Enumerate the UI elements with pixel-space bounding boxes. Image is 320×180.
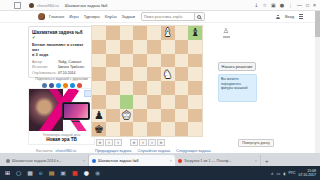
square-f4[interactable] bbox=[161, 81, 175, 95]
side-to-move-indicator: ♙ bbox=[221, 28, 231, 38]
square-e2[interactable] bbox=[147, 109, 161, 123]
square-h5[interactable] bbox=[188, 67, 202, 81]
puzzle-title: Шахматная задача №6 bbox=[32, 30, 91, 35]
tab-favicon bbox=[6, 159, 10, 163]
square-h4[interactable] bbox=[188, 81, 202, 95]
square-c4[interactable] bbox=[120, 81, 134, 95]
square-b8[interactable] bbox=[106, 26, 120, 40]
start-button[interactable]: ⊞ bbox=[5, 170, 10, 176]
settings-icon[interactable]: ◉ bbox=[95, 170, 100, 176]
move-nav-button[interactable]: ‹ bbox=[139, 139, 147, 146]
tab-close-icon[interactable]: × bbox=[83, 158, 85, 163]
square-d3[interactable] bbox=[133, 95, 147, 109]
square-c7[interactable] bbox=[120, 40, 134, 54]
ad-caption: Телевизоры каждый день Новая эра ТВ bbox=[29, 131, 94, 144]
square-a1[interactable]: ♚ bbox=[92, 122, 106, 136]
square-h7[interactable] bbox=[188, 40, 202, 54]
browser-tab[interactable]: Загрузки 1 из 1 — Платф…× bbox=[175, 155, 261, 166]
square-g7[interactable] bbox=[175, 40, 189, 54]
square-a6[interactable] bbox=[92, 54, 106, 68]
meta-label: Опубликована: bbox=[32, 71, 58, 75]
edge-browser-icon[interactable]: e bbox=[39, 170, 43, 176]
square-g3[interactable] bbox=[175, 95, 189, 109]
meta-value: Лойд, Сэмюэл bbox=[58, 60, 91, 64]
square-f6[interactable] bbox=[161, 54, 175, 68]
square-c2[interactable]: ♚ bbox=[120, 109, 134, 123]
square-h6[interactable] bbox=[188, 54, 202, 68]
page-scrollbar[interactable] bbox=[315, 11, 320, 153]
solved-check-icon: ✔ bbox=[32, 35, 91, 40]
site-favicon bbox=[29, 3, 34, 8]
square-b7[interactable] bbox=[106, 40, 120, 54]
login-link[interactable]: Вход bbox=[285, 14, 294, 19]
nav-item[interactable]: Задачи bbox=[122, 14, 135, 19]
black-pawn[interactable]: ♟ bbox=[92, 109, 106, 123]
square-a4[interactable] bbox=[92, 81, 106, 95]
network-icon[interactable]: ▭ bbox=[277, 171, 281, 176]
square-e6[interactable] bbox=[147, 54, 161, 68]
share-vk-icon[interactable] bbox=[42, 83, 47, 88]
indicator-bar bbox=[223, 37, 230, 38]
nav-item[interactable]: Игры bbox=[69, 14, 78, 19]
share-moy-mir-icon[interactable] bbox=[70, 83, 75, 88]
meta-label: Автор: bbox=[32, 60, 58, 64]
share-twitter-icon[interactable] bbox=[56, 83, 61, 88]
square-g6[interactable] bbox=[175, 54, 189, 68]
search-icon bbox=[197, 15, 202, 20]
meta-value: Чикаго Трибьюн bbox=[58, 65, 91, 69]
square-a7[interactable] bbox=[92, 40, 106, 54]
browser-tab[interactable]: Шахматная задача №6× bbox=[89, 155, 175, 166]
move-nav-button[interactable]: « bbox=[130, 139, 138, 146]
tab-favicon bbox=[178, 159, 182, 163]
share-icons bbox=[28, 83, 95, 88]
square-e3[interactable] bbox=[147, 95, 161, 109]
tray-expand-icon[interactable]: ∧ bbox=[271, 171, 274, 176]
tray-date: 07.10.2017 bbox=[298, 173, 316, 177]
square-h1[interactable] bbox=[188, 122, 202, 136]
square-b6[interactable] bbox=[106, 54, 120, 68]
square-d4[interactable] bbox=[133, 81, 147, 95]
square-b4[interactable] bbox=[106, 81, 120, 95]
nav-item[interactable]: Турниры bbox=[84, 14, 100, 19]
start-solving-button[interactable]: Начать решение bbox=[218, 62, 256, 71]
square-f1[interactable] bbox=[161, 122, 175, 136]
square-e7[interactable] bbox=[147, 40, 161, 54]
tab-favicon bbox=[92, 159, 96, 163]
browser-topbar: chess960.ru Шахматная задача №6 ↓☆▣●⋮—□× bbox=[0, 0, 320, 11]
move-nav-button[interactable]: « bbox=[96, 139, 104, 146]
tab-page-icon[interactable] bbox=[14, 2, 21, 9]
search-input[interactable] bbox=[142, 13, 194, 20]
square-h3[interactable] bbox=[188, 95, 202, 109]
header-right: Вход bbox=[276, 14, 303, 19]
extensions-icon[interactable]: ▣ bbox=[271, 3, 276, 8]
tab-label: Загрузки 1 из 1 — Платф… bbox=[184, 159, 253, 163]
square-a5[interactable] bbox=[92, 67, 106, 81]
square-g8[interactable] bbox=[175, 26, 189, 40]
system-tray: ∧ ▭ ◖ РУС 15:08 07.10.2017 bbox=[271, 169, 316, 177]
ad-text: Телевизоры каждый день bbox=[29, 133, 94, 137]
rotate-board-button[interactable]: Повернуть доску bbox=[238, 139, 274, 147]
ad-tv-image bbox=[63, 103, 89, 119]
browser-actions: ↓☆▣●⋮—□× bbox=[254, 2, 316, 8]
move-nav-button[interactable]: › bbox=[114, 139, 122, 146]
tab-title: Шахматная задача №6 bbox=[65, 3, 108, 8]
bookmark-star-icon[interactable]: ☆ bbox=[262, 3, 266, 8]
square-e5[interactable] bbox=[147, 67, 161, 81]
square-e8[interactable] bbox=[147, 26, 161, 40]
scrollbar-thumb[interactable] bbox=[315, 11, 320, 37]
share-google-plus-icon[interactable] bbox=[77, 83, 82, 88]
site-header: ГлавнаяИгрыТурнирыКлубыЗадачи Вход bbox=[0, 11, 315, 23]
taskbar-icons: ⊞○▦e▤▣■●◉ bbox=[5, 170, 100, 176]
square-d1[interactable] bbox=[133, 122, 147, 136]
square-d6[interactable] bbox=[133, 54, 147, 68]
square-a8[interactable] bbox=[92, 26, 106, 40]
square-d5[interactable] bbox=[133, 67, 147, 81]
white-pawn-icon: ♙ bbox=[221, 28, 231, 35]
task-line1: Белые начинают и ставят мат bbox=[32, 42, 83, 52]
puzzle-task: Белые начинают и ставят мат в 3 хода bbox=[32, 42, 91, 57]
tab-strip: Шахматные задачи 2014 з…×Шахматная задач… bbox=[0, 153, 320, 166]
move-nav-button[interactable]: » bbox=[157, 139, 165, 146]
share-facebook-icon[interactable] bbox=[49, 83, 54, 88]
square-g4[interactable] bbox=[175, 81, 189, 95]
store-icon[interactable]: ▣ bbox=[60, 170, 66, 176]
board-controls: «‹› «‹›» bbox=[96, 139, 165, 146]
square-c6[interactable] bbox=[120, 54, 134, 68]
move-nav-group-1: «‹› bbox=[96, 139, 122, 146]
media-app-icon[interactable]: ■ bbox=[72, 170, 78, 176]
user-avatar[interactable] bbox=[38, 13, 45, 20]
file-explorer-icon[interactable]: ▤ bbox=[49, 170, 55, 176]
move-nav-group-2: «‹›» bbox=[130, 139, 165, 146]
nav-item[interactable]: Главная bbox=[49, 14, 64, 19]
white-knight[interactable]: ♞ bbox=[161, 67, 175, 81]
menu-dots-icon[interactable]: ⋮ bbox=[288, 3, 293, 8]
minimize-button[interactable]: — bbox=[297, 2, 302, 8]
square-e1[interactable] bbox=[147, 122, 161, 136]
share-block: Поделиться задачей с друзьями bbox=[28, 77, 95, 88]
tab-label: Шахматные задачи 2014 з… bbox=[12, 159, 81, 163]
square-b2[interactable] bbox=[106, 109, 120, 123]
move-nav-button[interactable]: ‹ bbox=[105, 139, 113, 146]
new-tab-button[interactable]: + bbox=[265, 158, 269, 164]
meta-label: Источник: bbox=[32, 65, 58, 69]
share-odnoklassniki-icon[interactable] bbox=[63, 83, 68, 88]
square-h2[interactable] bbox=[188, 109, 202, 123]
volume-icon[interactable]: ◖ bbox=[283, 171, 285, 176]
task-view-icon[interactable]: ▦ bbox=[27, 170, 33, 176]
tab-close-icon[interactable]: × bbox=[255, 158, 257, 163]
square-c1[interactable] bbox=[120, 122, 134, 136]
maximize-button[interactable]: □ bbox=[306, 2, 309, 8]
main-nav: ГлавнаяИгрыТурнирыКлубыЗадачи bbox=[49, 14, 135, 19]
tab-close-icon[interactable]: × bbox=[170, 158, 172, 163]
square-f5[interactable]: ♞ bbox=[161, 67, 175, 81]
ad-tv-screen bbox=[64, 104, 88, 118]
tab-label: Шахматная задача №6 bbox=[98, 159, 168, 163]
black-king[interactable]: ♚ bbox=[92, 122, 106, 136]
square-a2[interactable]: ♟ bbox=[92, 109, 106, 123]
download-icon[interactable]: ↓ bbox=[254, 3, 258, 8]
square-f7[interactable] bbox=[161, 40, 175, 54]
language-indicator[interactable]: РУС bbox=[288, 171, 295, 175]
square-a3[interactable] bbox=[92, 95, 106, 109]
square-b3[interactable] bbox=[106, 95, 120, 109]
square-g1[interactable] bbox=[175, 122, 189, 136]
nav-item[interactable]: Клубы bbox=[105, 14, 117, 19]
close-button[interactable]: × bbox=[313, 2, 316, 8]
square-h8[interactable]: ♝ bbox=[188, 26, 202, 40]
browser-tab[interactable]: Шахматные задачи 2014 з…× bbox=[3, 155, 89, 166]
move-nav-button[interactable]: › bbox=[148, 139, 156, 146]
search-button[interactable] bbox=[194, 13, 204, 20]
clock[interactable]: 15:08 07.10.2017 bbox=[298, 169, 316, 177]
url-text[interactable]: chess960.ru bbox=[37, 3, 59, 8]
task-line2: в 3 хода bbox=[32, 52, 48, 57]
square-f8[interactable]: ♝ bbox=[161, 26, 175, 40]
white-king[interactable]: ♚ bbox=[120, 109, 134, 123]
square-f3[interactable] bbox=[161, 95, 175, 109]
search-icon[interactable]: ○ bbox=[16, 170, 21, 176]
hint-box: Вы можете передвигать фигуры мышкой bbox=[218, 74, 257, 102]
square-e4[interactable] bbox=[147, 81, 161, 95]
square-b5[interactable] bbox=[106, 67, 120, 81]
square-c3[interactable] bbox=[120, 95, 134, 109]
person-icon[interactable] bbox=[276, 15, 280, 19]
square-g5[interactable] bbox=[175, 67, 189, 81]
puzzle-card: Шахматная задача №6 ✔ Белые начинают и с… bbox=[28, 26, 95, 78]
ad-banner[interactable]: Телевизоры каждый день Новая эра ТВ bbox=[28, 88, 95, 145]
black-bishop[interactable]: ♝ bbox=[188, 26, 202, 40]
search-box bbox=[141, 12, 205, 21]
square-c5[interactable] bbox=[120, 67, 134, 81]
chrome-browser-icon[interactable]: ● bbox=[84, 170, 89, 176]
white-bishop[interactable]: ♝ bbox=[161, 26, 175, 40]
menu-burger-icon[interactable] bbox=[299, 14, 303, 19]
ad-title: Новая эра ТВ bbox=[29, 137, 94, 142]
taskbar: ⊞○▦e▤▣■●◉ ∧ ▭ ◖ РУС 15:08 07.10.2017 bbox=[0, 166, 320, 180]
share-text: Поделиться задачей с друзьями bbox=[28, 77, 95, 81]
square-b1[interactable] bbox=[106, 122, 120, 136]
square-d2[interactable] bbox=[133, 109, 147, 123]
chess-board[interactable]: ♝♝♞♟♚♚ bbox=[92, 26, 202, 136]
meta-value: 07.10.2014 bbox=[58, 71, 91, 75]
square-c8[interactable] bbox=[120, 26, 134, 40]
ad-tv-stand bbox=[72, 121, 80, 122]
profile-avatar-icon[interactable]: ● bbox=[280, 3, 284, 8]
square-d8[interactable] bbox=[133, 26, 147, 40]
square-d7[interactable] bbox=[133, 40, 147, 54]
square-f2[interactable] bbox=[161, 109, 175, 123]
puzzle-meta: Автор:Лойд, СэмюэлИсточник:Чикаго Трибью… bbox=[32, 60, 91, 75]
square-g2[interactable] bbox=[175, 109, 189, 123]
